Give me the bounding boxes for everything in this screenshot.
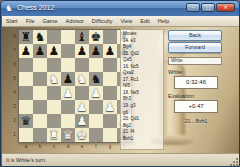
white-queen-piece: ♛ [61, 128, 75, 142]
move-list-entry: Bxh1 [123, 136, 161, 143]
square-e2[interactable]: ♟ [75, 114, 89, 128]
rank-label-4: 4 [12, 86, 17, 100]
square-c3[interactable] [47, 100, 61, 114]
square-a5[interactable] [19, 72, 33, 86]
rank-label-1: 1 [12, 128, 17, 142]
square-g3[interactable]: ♟ [103, 100, 117, 114]
close-button[interactable]: ✕ [216, 3, 235, 12]
square-d2[interactable] [61, 114, 75, 128]
square-b5[interactable] [33, 72, 47, 86]
square-c5[interactable]: ♞ [47, 72, 61, 86]
file-label-g: g [103, 144, 117, 150]
square-e6[interactable] [75, 58, 89, 72]
square-e8[interactable]: ♝ [75, 30, 89, 44]
square-g8[interactable] [103, 30, 117, 44]
square-a2[interactable]: ♛ [19, 114, 33, 128]
square-g4[interactable] [103, 86, 117, 100]
maximize-button[interactable]: ▢ [201, 3, 215, 12]
black-pawn-piece: ♟ [61, 72, 75, 86]
clock-label: White: [168, 69, 224, 75]
black-knight-piece: ♞ [33, 30, 47, 44]
square-b3[interactable] [33, 100, 47, 114]
app-icon: ♞ [5, 3, 13, 13]
status-text: It is White's turn. [6, 157, 46, 163]
black-pawn-piece: ♟ [75, 44, 89, 58]
square-b4[interactable] [33, 86, 47, 100]
square-b1[interactable] [33, 128, 47, 142]
evaluation-label: Evaluation: [168, 93, 224, 99]
black-rook-piece: ♜ [19, 30, 33, 44]
square-f4[interactable]: ♟ [89, 86, 103, 100]
menu-item-edit[interactable]: Edit [136, 18, 153, 24]
black-pawn-piece: ♟ [33, 44, 47, 58]
rank-label-8: 8 [12, 30, 17, 44]
square-e1[interactable]: ♚ [75, 128, 89, 142]
square-d5[interactable]: ♟ [61, 72, 75, 86]
window-title: Chess 2012 [17, 4, 54, 11]
square-b6[interactable] [33, 58, 47, 72]
rank-labels: 87654321 [12, 30, 17, 142]
menu-item-start[interactable]: Start [2, 18, 22, 24]
menu-item-game[interactable]: Game [39, 18, 62, 24]
menu-item-advisor[interactable]: Advisor [61, 18, 87, 24]
square-f3[interactable] [89, 100, 103, 114]
white-pawn-piece: ♟ [89, 86, 103, 100]
file-label-d: d [61, 144, 75, 150]
white-rook-piece: ♜ [47, 128, 61, 142]
square-c6[interactable] [47, 58, 61, 72]
square-d1[interactable]: ♛ [61, 128, 75, 142]
square-g7[interactable]: ♟ [103, 44, 117, 58]
square-a6[interactable] [19, 58, 33, 72]
menu-item-view[interactable]: View [117, 18, 137, 24]
square-d7[interactable] [61, 44, 75, 58]
move-list[interactable]: Moves:14. e3Bg415. Qd2Qa516. Nc5Qxa217. … [120, 29, 164, 150]
file-label-b: b [33, 144, 47, 150]
side-panel: Back Forward White White: 0:32:46 Evalua… [168, 29, 224, 124]
evaluation-value: +0.47 [174, 100, 218, 113]
square-f6[interactable] [89, 58, 103, 72]
black-knight-piece: ♞ [89, 72, 103, 86]
square-e3[interactable]: ♟ [75, 100, 89, 114]
white-knight-piece: ♞ [75, 72, 89, 86]
black-pawn-piece: ♟ [47, 44, 61, 58]
white-pawn-piece: ♟ [61, 86, 75, 100]
square-b7[interactable]: ♟ [33, 44, 47, 58]
square-a1[interactable] [19, 128, 33, 142]
minimize-button[interactable]: – [186, 3, 200, 12]
square-f2[interactable] [89, 114, 103, 128]
square-c2[interactable] [47, 114, 61, 128]
square-d6[interactable] [61, 58, 75, 72]
square-g1[interactable] [103, 128, 117, 142]
square-a3[interactable] [19, 100, 33, 114]
square-e4[interactable] [75, 86, 89, 100]
forward-button[interactable]: Forward [168, 42, 222, 53]
caption-buttons: – ▢ ✕ [186, 3, 235, 12]
black-pawn-piece: ♟ [103, 44, 117, 58]
side-to-move-field: White [168, 57, 222, 65]
resize-grip[interactable] [230, 158, 238, 166]
square-f5[interactable]: ♞ [89, 72, 103, 86]
square-g2[interactable] [103, 114, 117, 128]
rank-label-3: 3 [12, 100, 17, 114]
white-pawn-piece: ♟ [103, 100, 117, 114]
file-label-a: a [19, 144, 33, 150]
white-pawn-piece: ♟ [75, 100, 89, 114]
title-bar[interactable]: ♞ Chess 2012 – ▢ ✕ [1, 1, 239, 16]
square-c8[interactable] [47, 30, 61, 44]
square-g5[interactable] [103, 72, 117, 86]
square-d3[interactable] [61, 100, 75, 114]
file-label-f: f [89, 144, 103, 150]
black-pawn-piece: ♟ [19, 44, 33, 58]
black-pawn-piece: ♟ [89, 44, 103, 58]
square-f7[interactable]: ♟ [89, 44, 103, 58]
square-d8[interactable] [61, 30, 75, 44]
back-button[interactable]: Back [168, 30, 222, 41]
menu-item-help[interactable]: Help [154, 18, 173, 24]
square-d4[interactable]: ♟ [61, 86, 75, 100]
menu-bar: StartFileGameAdvisorDifficultyViewEditHe… [2, 16, 240, 27]
white-king-piece: ♚ [75, 128, 89, 142]
file-label-c: c [47, 144, 61, 150]
black-bishop-piece: ♝ [75, 30, 89, 44]
square-a4[interactable] [19, 86, 33, 100]
square-a8[interactable]: ♜ [19, 30, 33, 44]
file-labels: abcdefgh [19, 144, 131, 150]
square-f1[interactable] [89, 128, 103, 142]
menu-item-difficulty[interactable]: Difficulty [88, 18, 117, 24]
white-knight-piece: ♞ [47, 72, 61, 86]
square-b8[interactable]: ♞ [33, 30, 47, 44]
square-c1[interactable]: ♜ [47, 128, 61, 142]
rank-label-6: 6 [12, 58, 17, 72]
client-area: 87654321 ♜♞♝♚♜♟♟♟♟♟♟♟♞♟♞♞♟♟♟♟♛♟♟♜♛♚♝ abc… [2, 27, 240, 153]
square-e7[interactable]: ♟ [75, 44, 89, 58]
square-b2[interactable] [33, 114, 47, 128]
menu-item-file[interactable]: File [22, 18, 39, 24]
last-move-text: 21... Bxh1 [168, 118, 224, 124]
square-a7[interactable]: ♟ [19, 44, 33, 58]
square-c4[interactable] [47, 86, 61, 100]
status-bar: It is White's turn. [2, 153, 240, 167]
white-pawn-piece: ♟ [75, 114, 89, 128]
square-f8[interactable]: ♚ [89, 30, 103, 44]
black-queen-piece: ♛ [19, 114, 33, 128]
board-area: 87654321 ♜♞♝♚♜♟♟♟♟♟♟♟♞♟♞♞♟♟♟♟♛♟♟♜♛♚♝ abc… [18, 29, 132, 143]
app-window: ♞ Chess 2012 – ▢ ✕ StartFileGameAdvisorD… [0, 0, 240, 167]
square-e5[interactable]: ♞ [75, 72, 89, 86]
square-c7[interactable]: ♟ [47, 44, 61, 58]
rank-label-2: 2 [12, 114, 17, 128]
clock-value: 0:32:46 [174, 76, 218, 89]
black-king-piece: ♚ [89, 30, 103, 44]
rank-label-5: 5 [12, 72, 17, 86]
file-label-e: e [75, 144, 89, 150]
chess-board: ♜♞♝♚♜♟♟♟♟♟♟♟♞♟♞♞♟♟♟♟♛♟♟♜♛♚♝ [18, 29, 132, 143]
square-g6[interactable] [103, 58, 117, 72]
rank-label-7: 7 [12, 44, 17, 58]
